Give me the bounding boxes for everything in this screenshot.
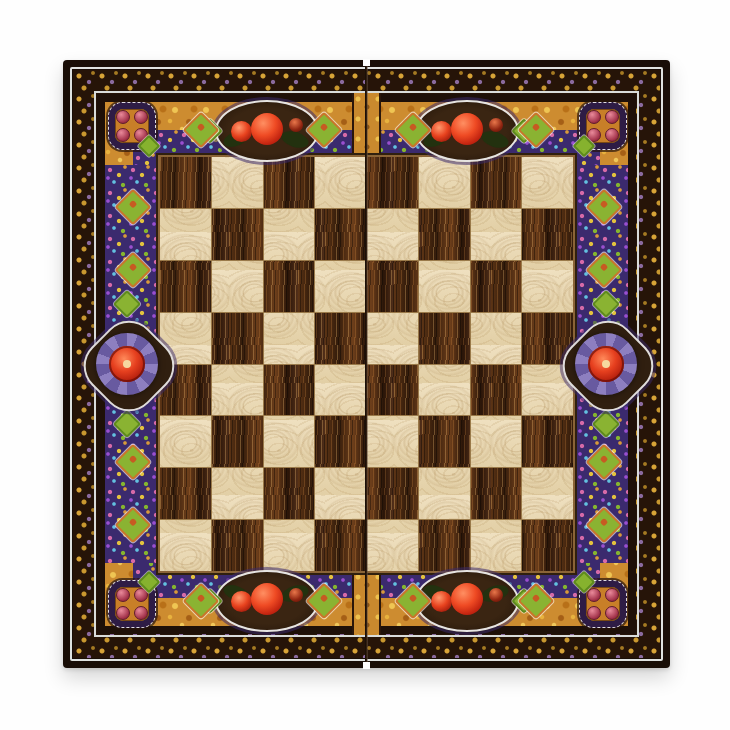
photo-background: Persian khatam-style folding chess board… (0, 0, 730, 730)
rose-flower-small (231, 591, 252, 612)
square-c1[interactable] (264, 520, 315, 571)
square-d1[interactable] (315, 520, 366, 571)
square-g7[interactable] (471, 209, 522, 260)
square-e5[interactable] (367, 313, 418, 364)
square-g1[interactable] (471, 520, 522, 571)
rose-flower-large (451, 113, 483, 145)
square-d4[interactable] (315, 365, 366, 416)
square-f5[interactable] (419, 313, 470, 364)
medallion-dot (605, 588, 619, 602)
square-h2[interactable] (522, 468, 573, 519)
square-c7[interactable] (264, 209, 315, 260)
square-d8[interactable] (315, 157, 366, 208)
square-h8[interactable] (522, 157, 573, 208)
square-f2[interactable] (419, 468, 470, 519)
square-e1[interactable] (367, 520, 418, 571)
green-tip (592, 290, 620, 318)
medallion-dot (134, 606, 148, 620)
rose-flower-small (431, 121, 452, 142)
rose-bud (489, 118, 503, 132)
square-a2[interactable] (160, 468, 211, 519)
rose-flower-large (251, 583, 283, 615)
square-d3[interactable] (315, 416, 366, 467)
rose-medallion-bottom-left (215, 570, 319, 632)
medallion-dot (116, 606, 130, 620)
square-f6[interactable] (419, 261, 470, 312)
fold-seam-line (365, 60, 368, 668)
green-tip (113, 410, 141, 438)
hinge-gap-top (363, 59, 370, 66)
square-h6[interactable] (522, 261, 573, 312)
rose-flower-small (431, 591, 452, 612)
chess-board (63, 60, 670, 668)
rose-flower-large (451, 583, 483, 615)
square-c6[interactable] (264, 261, 315, 312)
square-d6[interactable] (315, 261, 366, 312)
medallion-dot (116, 128, 130, 142)
square-b5[interactable] (212, 313, 263, 364)
square-e6[interactable] (367, 261, 418, 312)
square-b7[interactable] (212, 209, 263, 260)
medallion-dot (134, 110, 148, 124)
square-g5[interactable] (471, 313, 522, 364)
square-f4[interactable] (419, 365, 470, 416)
square-a7[interactable] (160, 209, 211, 260)
square-h7[interactable] (522, 209, 573, 260)
green-tip (592, 410, 620, 438)
medallion-dot (587, 606, 601, 620)
square-a3[interactable] (160, 416, 211, 467)
flower-pip (123, 360, 131, 368)
medallion-dot (116, 110, 130, 124)
square-c2[interactable] (264, 468, 315, 519)
square-a1[interactable] (160, 520, 211, 571)
square-h3[interactable] (522, 416, 573, 467)
square-e3[interactable] (367, 416, 418, 467)
square-a6[interactable] (160, 261, 211, 312)
square-b8[interactable] (212, 157, 263, 208)
square-b1[interactable] (212, 520, 263, 571)
square-e8[interactable] (367, 157, 418, 208)
medallion-dot (605, 128, 619, 142)
rose-bud (489, 588, 503, 602)
square-d7[interactable] (315, 209, 366, 260)
square-b3[interactable] (212, 416, 263, 467)
square-f7[interactable] (419, 209, 470, 260)
square-f8[interactable] (419, 157, 470, 208)
square-c8[interactable] (264, 157, 315, 208)
square-b4[interactable] (212, 365, 263, 416)
green-tip (113, 290, 141, 318)
medallion-dot (587, 588, 601, 602)
square-c5[interactable] (264, 313, 315, 364)
medallion-dot (587, 110, 601, 124)
flower-medallion-right (573, 288, 639, 440)
square-g4[interactable] (471, 365, 522, 416)
square-a8[interactable] (160, 157, 211, 208)
medallion-dot (605, 110, 619, 124)
rose-medallion-top-right (415, 100, 519, 162)
square-d2[interactable] (315, 468, 366, 519)
square-e2[interactable] (367, 468, 418, 519)
rose-flower-small (231, 121, 252, 142)
square-e7[interactable] (367, 209, 418, 260)
square-c3[interactable] (264, 416, 315, 467)
hinge-gap-bottom (363, 662, 370, 669)
rose-bud (289, 588, 303, 602)
square-f3[interactable] (419, 416, 470, 467)
square-g3[interactable] (471, 416, 522, 467)
square-g8[interactable] (471, 157, 522, 208)
flower-pip (602, 360, 610, 368)
square-b6[interactable] (212, 261, 263, 312)
square-b2[interactable] (212, 468, 263, 519)
square-g2[interactable] (471, 468, 522, 519)
medallion-dot (605, 606, 619, 620)
medallion-dot (116, 588, 130, 602)
flower-medallion-left (94, 288, 160, 440)
square-e4[interactable] (367, 365, 418, 416)
rose-medallion-top-left (215, 100, 319, 162)
square-h1[interactable] (522, 520, 573, 571)
square-c4[interactable] (264, 365, 315, 416)
rose-flower-large (251, 113, 283, 145)
square-g6[interactable] (471, 261, 522, 312)
square-d5[interactable] (315, 313, 366, 364)
square-f1[interactable] (419, 520, 470, 571)
rose-bud (289, 118, 303, 132)
